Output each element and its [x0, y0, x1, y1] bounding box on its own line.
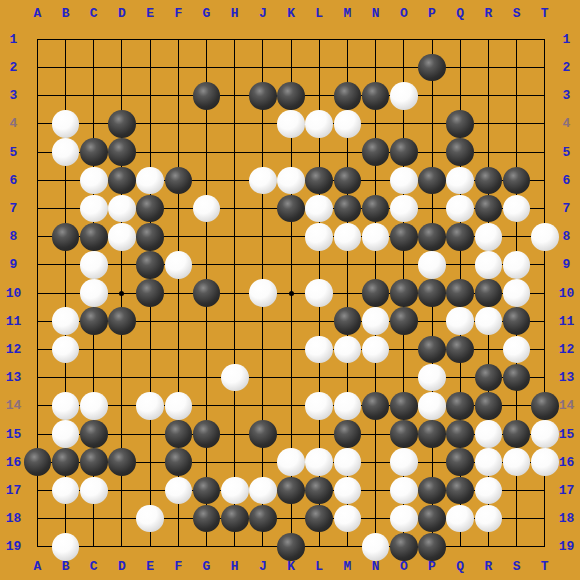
intersection-J2[interactable] — [249, 53, 277, 81]
intersection-K16[interactable]: ○ — [277, 448, 305, 476]
intersection-M5[interactable] — [333, 138, 361, 166]
intersection-E4[interactable] — [136, 110, 164, 138]
intersection-F3[interactable] — [164, 82, 192, 110]
intersection-O18[interactable]: ○ — [390, 504, 418, 532]
intersection-L13[interactable] — [305, 364, 333, 392]
intersection-A1[interactable] — [23, 25, 51, 53]
intersection-G1[interactable] — [192, 25, 220, 53]
intersection-A7[interactable] — [23, 194, 51, 222]
intersection-O17[interactable]: ○ — [390, 476, 418, 504]
intersection-C6[interactable]: ○ — [80, 166, 108, 194]
intersection-K2[interactable] — [277, 53, 305, 81]
intersection-F16[interactable]: ● — [164, 448, 192, 476]
intersection-B5[interactable]: ○ — [51, 138, 79, 166]
intersection-J10[interactable]: ○ — [249, 279, 277, 307]
intersection-S7[interactable]: ○ — [502, 194, 530, 222]
intersection-F18[interactable] — [164, 504, 192, 532]
intersection-T8[interactable]: ○ — [531, 223, 559, 251]
intersection-R16[interactable]: ○ — [474, 448, 502, 476]
intersection-T19[interactable] — [531, 533, 559, 561]
intersection-D18[interactable] — [108, 504, 136, 532]
intersection-E19[interactable] — [136, 533, 164, 561]
intersection-N5[interactable]: ● — [362, 138, 390, 166]
intersection-H2[interactable] — [221, 53, 249, 81]
intersection-K8[interactable] — [277, 223, 305, 251]
intersection-K5[interactable] — [277, 138, 305, 166]
intersection-O1[interactable] — [390, 25, 418, 53]
intersection-O12[interactable] — [390, 335, 418, 363]
intersection-C10[interactable]: ○ — [80, 279, 108, 307]
intersection-K3[interactable]: ● — [277, 82, 305, 110]
intersection-M4[interactable]: ○ — [333, 110, 361, 138]
intersection-T13[interactable] — [531, 364, 559, 392]
intersection-T2[interactable] — [531, 53, 559, 81]
intersection-S11[interactable]: ● — [502, 307, 530, 335]
intersection-E17[interactable] — [136, 476, 164, 504]
intersection-C13[interactable] — [80, 364, 108, 392]
intersection-H19[interactable] — [221, 533, 249, 561]
intersection-N10[interactable]: ● — [362, 279, 390, 307]
intersection-O2[interactable] — [390, 53, 418, 81]
intersection-H4[interactable] — [221, 110, 249, 138]
intersection-F19[interactable] — [164, 533, 192, 561]
intersection-H15[interactable] — [221, 420, 249, 448]
intersection-N18[interactable] — [362, 504, 390, 532]
intersection-E3[interactable] — [136, 82, 164, 110]
intersection-G7[interactable]: ○ — [192, 194, 220, 222]
intersection-J9[interactable] — [249, 251, 277, 279]
intersection-N17[interactable] — [362, 476, 390, 504]
intersection-J16[interactable] — [249, 448, 277, 476]
intersection-M6[interactable]: ● — [333, 166, 361, 194]
intersection-A10[interactable] — [23, 279, 51, 307]
intersection-R9[interactable]: ○ — [474, 251, 502, 279]
intersection-S6[interactable]: ● — [502, 166, 530, 194]
intersection-L18[interactable]: ● — [305, 504, 333, 532]
intersection-D15[interactable] — [108, 420, 136, 448]
intersection-T17[interactable] — [531, 476, 559, 504]
intersection-T4[interactable] — [531, 110, 559, 138]
intersection-J5[interactable] — [249, 138, 277, 166]
intersection-G8[interactable] — [192, 223, 220, 251]
intersection-M16[interactable]: ○ — [333, 448, 361, 476]
intersection-P1[interactable] — [418, 25, 446, 53]
intersection-F14[interactable]: ○ — [164, 392, 192, 420]
intersection-T11[interactable] — [531, 307, 559, 335]
intersection-B14[interactable]: ○ — [51, 392, 79, 420]
intersection-K9[interactable] — [277, 251, 305, 279]
intersection-F9[interactable]: ○ — [164, 251, 192, 279]
intersection-B12[interactable]: ○ — [51, 335, 79, 363]
intersection-L11[interactable] — [305, 307, 333, 335]
intersection-D7[interactable]: ○ — [108, 194, 136, 222]
intersection-G17[interactable]: ● — [192, 476, 220, 504]
intersection-O6[interactable]: ○ — [390, 166, 418, 194]
intersection-F4[interactable] — [164, 110, 192, 138]
intersection-H6[interactable] — [221, 166, 249, 194]
intersection-C14[interactable]: ○ — [80, 392, 108, 420]
intersection-B13[interactable] — [51, 364, 79, 392]
intersection-T9[interactable] — [531, 251, 559, 279]
intersection-P7[interactable] — [418, 194, 446, 222]
intersection-B16[interactable]: ● — [51, 448, 79, 476]
intersection-R10[interactable]: ● — [474, 279, 502, 307]
intersection-D4[interactable]: ● — [108, 110, 136, 138]
intersection-T5[interactable] — [531, 138, 559, 166]
intersection-F2[interactable] — [164, 53, 192, 81]
intersection-J6[interactable]: ○ — [249, 166, 277, 194]
intersection-E6[interactable]: ○ — [136, 166, 164, 194]
intersection-A18[interactable] — [23, 504, 51, 532]
intersection-T15[interactable]: ○ — [531, 420, 559, 448]
intersection-G11[interactable] — [192, 307, 220, 335]
intersection-S13[interactable]: ● — [502, 364, 530, 392]
intersection-B6[interactable] — [51, 166, 79, 194]
intersection-L3[interactable] — [305, 82, 333, 110]
intersection-G13[interactable] — [192, 364, 220, 392]
intersection-T1[interactable] — [531, 25, 559, 53]
intersection-D8[interactable]: ○ — [108, 223, 136, 251]
intersection-D14[interactable] — [108, 392, 136, 420]
intersection-N3[interactable]: ● — [362, 82, 390, 110]
intersection-A13[interactable] — [23, 364, 51, 392]
intersection-K6[interactable]: ○ — [277, 166, 305, 194]
intersection-R4[interactable] — [474, 110, 502, 138]
intersection-Q5[interactable]: ● — [446, 138, 474, 166]
intersection-P6[interactable]: ● — [418, 166, 446, 194]
intersection-E1[interactable] — [136, 25, 164, 53]
intersection-C11[interactable]: ● — [80, 307, 108, 335]
intersection-L10[interactable]: ○ — [305, 279, 333, 307]
intersection-D2[interactable] — [108, 53, 136, 81]
intersection-S16[interactable]: ○ — [502, 448, 530, 476]
intersection-D10[interactable] — [108, 279, 136, 307]
intersection-K18[interactable] — [277, 504, 305, 532]
intersection-K15[interactable] — [277, 420, 305, 448]
intersection-D12[interactable] — [108, 335, 136, 363]
intersection-S15[interactable]: ● — [502, 420, 530, 448]
intersection-E11[interactable] — [136, 307, 164, 335]
intersection-H13[interactable]: ○ — [221, 364, 249, 392]
intersection-O8[interactable]: ● — [390, 223, 418, 251]
intersection-A8[interactable] — [23, 223, 51, 251]
intersection-N11[interactable]: ○ — [362, 307, 390, 335]
intersection-N4[interactable] — [362, 110, 390, 138]
intersection-P19[interactable]: ● — [418, 533, 446, 561]
intersection-C9[interactable]: ○ — [80, 251, 108, 279]
intersection-J12[interactable] — [249, 335, 277, 363]
intersection-A2[interactable] — [23, 53, 51, 81]
intersection-Q12[interactable]: ● — [446, 335, 474, 363]
intersection-S17[interactable] — [502, 476, 530, 504]
intersection-P5[interactable] — [418, 138, 446, 166]
intersection-D5[interactable]: ● — [108, 138, 136, 166]
intersection-E8[interactable]: ● — [136, 223, 164, 251]
intersection-N9[interactable] — [362, 251, 390, 279]
intersection-P18[interactable]: ● — [418, 504, 446, 532]
intersection-L12[interactable]: ○ — [305, 335, 333, 363]
intersection-G16[interactable] — [192, 448, 220, 476]
intersection-P9[interactable]: ○ — [418, 251, 446, 279]
intersection-D11[interactable]: ● — [108, 307, 136, 335]
intersection-C12[interactable] — [80, 335, 108, 363]
intersection-F15[interactable]: ● — [164, 420, 192, 448]
intersection-J7[interactable] — [249, 194, 277, 222]
intersection-S18[interactable] — [502, 504, 530, 532]
intersection-P15[interactable]: ● — [418, 420, 446, 448]
intersection-R5[interactable] — [474, 138, 502, 166]
intersection-O13[interactable] — [390, 364, 418, 392]
intersection-H17[interactable]: ○ — [221, 476, 249, 504]
intersection-F5[interactable] — [164, 138, 192, 166]
intersection-N16[interactable] — [362, 448, 390, 476]
intersection-K11[interactable] — [277, 307, 305, 335]
intersection-G9[interactable] — [192, 251, 220, 279]
intersection-H8[interactable] — [221, 223, 249, 251]
intersection-K12[interactable] — [277, 335, 305, 363]
intersection-F13[interactable] — [164, 364, 192, 392]
intersection-M12[interactable]: ○ — [333, 335, 361, 363]
intersection-Q2[interactable] — [446, 53, 474, 81]
intersection-Q1[interactable] — [446, 25, 474, 53]
intersection-R13[interactable]: ● — [474, 364, 502, 392]
intersection-D17[interactable] — [108, 476, 136, 504]
intersection-J18[interactable]: ● — [249, 504, 277, 532]
intersection-S3[interactable] — [502, 82, 530, 110]
intersection-A19[interactable] — [23, 533, 51, 561]
intersection-C7[interactable]: ○ — [80, 194, 108, 222]
intersection-P14[interactable]: ○ — [418, 392, 446, 420]
intersection-J4[interactable] — [249, 110, 277, 138]
intersection-N19[interactable]: ○ — [362, 533, 390, 561]
intersection-M17[interactable]: ○ — [333, 476, 361, 504]
intersection-E9[interactable]: ● — [136, 251, 164, 279]
intersection-F11[interactable] — [164, 307, 192, 335]
intersection-E18[interactable]: ○ — [136, 504, 164, 532]
intersection-Q15[interactable]: ● — [446, 420, 474, 448]
intersection-P13[interactable]: ○ — [418, 364, 446, 392]
intersection-O9[interactable] — [390, 251, 418, 279]
intersection-M14[interactable]: ○ — [333, 392, 361, 420]
intersection-S9[interactable]: ○ — [502, 251, 530, 279]
intersection-B17[interactable]: ○ — [51, 476, 79, 504]
intersection-Q16[interactable]: ● — [446, 448, 474, 476]
intersection-H16[interactable] — [221, 448, 249, 476]
intersection-R6[interactable]: ● — [474, 166, 502, 194]
intersection-G12[interactable] — [192, 335, 220, 363]
intersection-K14[interactable] — [277, 392, 305, 420]
intersection-M13[interactable] — [333, 364, 361, 392]
intersection-G14[interactable] — [192, 392, 220, 420]
intersection-N6[interactable] — [362, 166, 390, 194]
intersection-N2[interactable] — [362, 53, 390, 81]
intersection-D16[interactable]: ● — [108, 448, 136, 476]
intersection-M18[interactable]: ○ — [333, 504, 361, 532]
intersection-A16[interactable]: ● — [23, 448, 51, 476]
intersection-Q13[interactable] — [446, 364, 474, 392]
intersection-O10[interactable]: ● — [390, 279, 418, 307]
intersection-B15[interactable]: ○ — [51, 420, 79, 448]
intersection-S1[interactable] — [502, 25, 530, 53]
intersection-F17[interactable]: ○ — [164, 476, 192, 504]
intersection-P2[interactable]: ● — [418, 53, 446, 81]
intersection-R17[interactable]: ○ — [474, 476, 502, 504]
intersection-N14[interactable]: ● — [362, 392, 390, 420]
intersection-Q10[interactable]: ● — [446, 279, 474, 307]
intersection-J3[interactable]: ● — [249, 82, 277, 110]
intersection-L16[interactable]: ○ — [305, 448, 333, 476]
intersection-C1[interactable] — [80, 25, 108, 53]
intersection-A15[interactable] — [23, 420, 51, 448]
intersection-H3[interactable] — [221, 82, 249, 110]
intersection-A3[interactable] — [23, 82, 51, 110]
intersection-P17[interactable]: ● — [418, 476, 446, 504]
intersection-S12[interactable]: ○ — [502, 335, 530, 363]
intersection-C15[interactable]: ● — [80, 420, 108, 448]
intersection-O16[interactable]: ○ — [390, 448, 418, 476]
intersection-G19[interactable] — [192, 533, 220, 561]
intersection-D6[interactable]: ● — [108, 166, 136, 194]
intersection-R12[interactable] — [474, 335, 502, 363]
intersection-L1[interactable] — [305, 25, 333, 53]
intersection-L2[interactable] — [305, 53, 333, 81]
intersection-N7[interactable]: ● — [362, 194, 390, 222]
intersection-C16[interactable]: ● — [80, 448, 108, 476]
intersection-T14[interactable]: ● — [531, 392, 559, 420]
intersection-B1[interactable] — [51, 25, 79, 53]
intersection-Q14[interactable]: ● — [446, 392, 474, 420]
intersection-K1[interactable] — [277, 25, 305, 53]
intersection-G15[interactable]: ● — [192, 420, 220, 448]
intersection-S2[interactable] — [502, 53, 530, 81]
intersection-R7[interactable]: ● — [474, 194, 502, 222]
intersection-P3[interactable] — [418, 82, 446, 110]
intersection-J19[interactable] — [249, 533, 277, 561]
intersection-O11[interactable]: ● — [390, 307, 418, 335]
intersection-S10[interactable]: ○ — [502, 279, 530, 307]
intersection-P12[interactable]: ● — [418, 335, 446, 363]
intersection-S14[interactable] — [502, 392, 530, 420]
intersection-C17[interactable]: ○ — [80, 476, 108, 504]
intersection-C4[interactable] — [80, 110, 108, 138]
intersection-K4[interactable]: ○ — [277, 110, 305, 138]
intersection-K10[interactable] — [277, 279, 305, 307]
intersection-F10[interactable] — [164, 279, 192, 307]
intersection-B3[interactable] — [51, 82, 79, 110]
intersection-L17[interactable]: ● — [305, 476, 333, 504]
intersection-S5[interactable] — [502, 138, 530, 166]
intersection-J8[interactable] — [249, 223, 277, 251]
intersection-H18[interactable]: ● — [221, 504, 249, 532]
intersection-D19[interactable] — [108, 533, 136, 561]
intersection-G4[interactable] — [192, 110, 220, 138]
intersection-P8[interactable]: ● — [418, 223, 446, 251]
intersection-E14[interactable]: ○ — [136, 392, 164, 420]
intersection-G10[interactable]: ● — [192, 279, 220, 307]
intersection-R19[interactable] — [474, 533, 502, 561]
intersection-Q18[interactable]: ○ — [446, 504, 474, 532]
intersection-A9[interactable] — [23, 251, 51, 279]
intersection-L7[interactable]: ○ — [305, 194, 333, 222]
intersection-L19[interactable] — [305, 533, 333, 561]
intersection-L9[interactable] — [305, 251, 333, 279]
intersection-M8[interactable]: ○ — [333, 223, 361, 251]
intersection-O4[interactable] — [390, 110, 418, 138]
intersection-Q8[interactable]: ● — [446, 223, 474, 251]
intersection-P10[interactable]: ● — [418, 279, 446, 307]
intersection-P16[interactable] — [418, 448, 446, 476]
intersection-O19[interactable]: ● — [390, 533, 418, 561]
intersection-F1[interactable] — [164, 25, 192, 53]
intersection-N12[interactable]: ○ — [362, 335, 390, 363]
intersection-N13[interactable] — [362, 364, 390, 392]
intersection-B18[interactable] — [51, 504, 79, 532]
intersection-E5[interactable] — [136, 138, 164, 166]
intersection-Q6[interactable]: ○ — [446, 166, 474, 194]
intersection-S19[interactable] — [502, 533, 530, 561]
intersection-T3[interactable] — [531, 82, 559, 110]
intersection-L14[interactable]: ○ — [305, 392, 333, 420]
intersection-A12[interactable] — [23, 335, 51, 363]
intersection-E16[interactable] — [136, 448, 164, 476]
intersection-R14[interactable]: ● — [474, 392, 502, 420]
intersection-O15[interactable]: ● — [390, 420, 418, 448]
intersection-D9[interactable] — [108, 251, 136, 279]
intersection-B7[interactable] — [51, 194, 79, 222]
intersection-E13[interactable] — [136, 364, 164, 392]
intersection-Q19[interactable] — [446, 533, 474, 561]
intersection-M1[interactable] — [333, 25, 361, 53]
intersection-C19[interactable] — [80, 533, 108, 561]
intersection-J15[interactable]: ● — [249, 420, 277, 448]
intersection-A11[interactable] — [23, 307, 51, 335]
intersection-H10[interactable] — [221, 279, 249, 307]
intersection-G5[interactable] — [192, 138, 220, 166]
intersection-G18[interactable]: ● — [192, 504, 220, 532]
intersection-O3[interactable]: ○ — [390, 82, 418, 110]
intersection-M9[interactable] — [333, 251, 361, 279]
intersection-A17[interactable] — [23, 476, 51, 504]
intersection-E15[interactable] — [136, 420, 164, 448]
intersection-M7[interactable]: ● — [333, 194, 361, 222]
intersection-K17[interactable]: ● — [277, 476, 305, 504]
intersection-J17[interactable]: ○ — [249, 476, 277, 504]
intersection-P4[interactable] — [418, 110, 446, 138]
intersection-O7[interactable]: ○ — [390, 194, 418, 222]
intersection-J1[interactable] — [249, 25, 277, 53]
intersection-G2[interactable] — [192, 53, 220, 81]
intersection-K19[interactable]: ● — [277, 533, 305, 561]
intersection-B19[interactable]: ○ — [51, 533, 79, 561]
intersection-H12[interactable] — [221, 335, 249, 363]
intersection-N15[interactable] — [362, 420, 390, 448]
intersection-P11[interactable] — [418, 307, 446, 335]
intersection-N1[interactable] — [362, 25, 390, 53]
intersection-R18[interactable]: ○ — [474, 504, 502, 532]
intersection-K7[interactable]: ● — [277, 194, 305, 222]
intersection-B8[interactable]: ● — [51, 223, 79, 251]
intersection-J11[interactable] — [249, 307, 277, 335]
intersection-L15[interactable] — [305, 420, 333, 448]
intersection-E2[interactable] — [136, 53, 164, 81]
intersection-R8[interactable]: ○ — [474, 223, 502, 251]
intersection-L8[interactable]: ○ — [305, 223, 333, 251]
intersection-B11[interactable]: ○ — [51, 307, 79, 335]
intersection-Q3[interactable] — [446, 82, 474, 110]
intersection-C5[interactable]: ● — [80, 138, 108, 166]
intersection-M10[interactable] — [333, 279, 361, 307]
intersection-B9[interactable] — [51, 251, 79, 279]
